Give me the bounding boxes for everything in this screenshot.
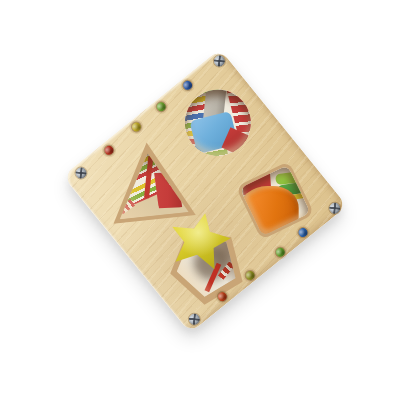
peg-blue-top [181, 79, 194, 92]
peg-yellow-top [130, 121, 143, 134]
shape-sorter-board [63, 49, 347, 333]
product-photo-background [0, 0, 416, 416]
peg-green-top [155, 100, 168, 113]
edge-pins [63, 49, 347, 333]
corner-screw [73, 165, 88, 180]
corner-screw [212, 53, 227, 68]
peg-blue-bottom [297, 226, 310, 239]
corner-screw [187, 312, 202, 327]
peg-red-top [103, 144, 116, 157]
corner-screw [327, 200, 342, 215]
peg-red-bottom [216, 290, 229, 303]
peg-green-bottom [274, 246, 287, 259]
peg-olive-bottom [244, 269, 257, 282]
